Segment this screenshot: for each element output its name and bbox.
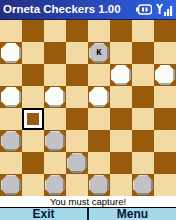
board-square[interactable]: [44, 108, 66, 130]
board-square[interactable]: [154, 86, 176, 108]
board-square[interactable]: [0, 174, 22, 196]
board-square[interactable]: [110, 64, 132, 86]
gray-piece[interactable]: [45, 131, 65, 151]
board-square[interactable]: [22, 174, 44, 196]
app-window: Orneta Checkers 1.00 K You must capture!…: [0, 0, 176, 220]
board-square[interactable]: [110, 86, 132, 108]
signal-icon: [156, 4, 173, 16]
softkey-bar: Exit Menu: [0, 207, 176, 220]
battery-icon: [136, 4, 152, 15]
board-square[interactable]: [66, 86, 88, 108]
board-square[interactable]: [88, 108, 110, 130]
board-square[interactable]: [88, 64, 110, 86]
board-square[interactable]: [154, 108, 176, 130]
board-square[interactable]: [22, 64, 44, 86]
board-square[interactable]: [110, 20, 132, 42]
board-square[interactable]: [154, 152, 176, 174]
board-square[interactable]: [154, 130, 176, 152]
board-square[interactable]: [0, 64, 22, 86]
board-square[interactable]: [154, 42, 176, 64]
gray-piece[interactable]: [45, 175, 65, 195]
board-square[interactable]: [0, 42, 22, 64]
board-square[interactable]: [110, 42, 132, 64]
board-square[interactable]: [88, 20, 110, 42]
board-square[interactable]: [154, 64, 176, 86]
board-square[interactable]: [132, 174, 154, 196]
board-square[interactable]: [132, 108, 154, 130]
board-square[interactable]: [110, 108, 132, 130]
board-square[interactable]: [132, 20, 154, 42]
board-square[interactable]: [110, 174, 132, 196]
board-square[interactable]: [22, 20, 44, 42]
board-square[interactable]: [88, 86, 110, 108]
board-square[interactable]: [66, 64, 88, 86]
board-square[interactable]: [132, 86, 154, 108]
gray-piece[interactable]: [1, 131, 21, 151]
gray-king-piece[interactable]: K: [89, 43, 109, 63]
board-square[interactable]: [44, 86, 66, 108]
board-square[interactable]: [66, 108, 88, 130]
white-piece[interactable]: [111, 65, 131, 85]
gray-piece[interactable]: [1, 175, 21, 195]
gray-piece[interactable]: [89, 175, 109, 195]
title-bar: Orneta Checkers 1.00: [0, 0, 176, 20]
board-square[interactable]: [66, 20, 88, 42]
board-square[interactable]: [44, 152, 66, 174]
checkers-board: K: [0, 20, 176, 196]
exit-button[interactable]: Exit: [0, 208, 87, 220]
board-square[interactable]: [132, 64, 154, 86]
board-square[interactable]: [66, 130, 88, 152]
selected-board-square[interactable]: [22, 108, 44, 130]
board-square[interactable]: [0, 86, 22, 108]
board-square[interactable]: [88, 152, 110, 174]
menu-button[interactable]: Menu: [89, 208, 176, 220]
board-square[interactable]: [154, 20, 176, 42]
status-message: You must capture!: [0, 196, 176, 207]
white-piece[interactable]: [45, 87, 65, 107]
board-square[interactable]: [132, 42, 154, 64]
board-square[interactable]: [22, 86, 44, 108]
board-square[interactable]: [132, 152, 154, 174]
gray-piece[interactable]: [133, 175, 153, 195]
board-square[interactable]: [110, 130, 132, 152]
board-square[interactable]: [66, 152, 88, 174]
board-square[interactable]: [88, 130, 110, 152]
gray-piece[interactable]: [67, 153, 87, 173]
board-square[interactable]: [0, 152, 22, 174]
app-title: Orneta Checkers 1.00: [3, 0, 121, 19]
white-piece[interactable]: [89, 87, 109, 107]
board-square[interactable]: [44, 42, 66, 64]
white-piece[interactable]: [1, 87, 21, 107]
board-square[interactable]: [110, 152, 132, 174]
board-square[interactable]: [0, 108, 22, 130]
board-square[interactable]: [44, 64, 66, 86]
board-square[interactable]: K: [88, 42, 110, 64]
board-square[interactable]: [88, 174, 110, 196]
board-square[interactable]: [66, 174, 88, 196]
board-square[interactable]: [22, 42, 44, 64]
board-square[interactable]: [0, 20, 22, 42]
board-square[interactable]: [22, 130, 44, 152]
status-icons: [136, 4, 173, 16]
board-square[interactable]: [44, 174, 66, 196]
board-square[interactable]: [66, 42, 88, 64]
white-piece[interactable]: [1, 43, 21, 63]
board-square[interactable]: [132, 130, 154, 152]
board-square[interactable]: [44, 130, 66, 152]
board-square[interactable]: [44, 20, 66, 42]
board-square[interactable]: [0, 130, 22, 152]
white-piece[interactable]: [155, 65, 175, 85]
board-square[interactable]: [154, 174, 176, 196]
board-square[interactable]: [22, 152, 44, 174]
